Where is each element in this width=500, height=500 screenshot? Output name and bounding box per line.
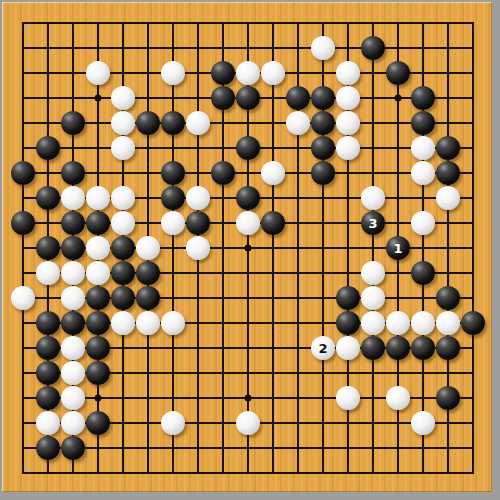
stone-black <box>161 186 185 210</box>
stone-black <box>186 211 210 235</box>
stone-white <box>111 111 135 135</box>
stone-black <box>36 336 60 360</box>
stone-white <box>411 411 435 435</box>
stone-white <box>336 86 360 110</box>
stone-black <box>411 111 435 135</box>
stone-black <box>311 136 335 160</box>
stone-black <box>361 36 385 60</box>
stone-white <box>336 111 360 135</box>
stone-black <box>111 286 135 310</box>
stone-black <box>36 236 60 260</box>
star-point <box>95 95 102 102</box>
stone-black <box>11 211 35 235</box>
stone-black <box>86 286 110 310</box>
stone-black <box>136 261 160 285</box>
stone-black <box>86 361 110 385</box>
stone-white <box>386 311 410 335</box>
stone-white <box>186 186 210 210</box>
stone-white <box>161 311 185 335</box>
star-point <box>395 95 402 102</box>
stone-black <box>61 211 85 235</box>
stone-white <box>236 61 260 85</box>
stone-black <box>86 411 110 435</box>
stone-white <box>61 261 85 285</box>
stone-black <box>211 161 235 185</box>
stone-white <box>61 286 85 310</box>
stone-white <box>61 411 85 435</box>
stone-white <box>36 261 60 285</box>
stone-black <box>386 336 410 360</box>
move-2-stone-white: 2 <box>311 336 335 360</box>
stone-white <box>436 186 460 210</box>
stone-white <box>236 211 260 235</box>
move-3-stone-black: 3 <box>361 211 385 235</box>
stone-black <box>336 286 360 310</box>
stone-black <box>336 311 360 335</box>
stone-white <box>186 111 210 135</box>
star-point <box>245 395 252 402</box>
stone-black <box>411 261 435 285</box>
stone-white <box>336 136 360 160</box>
stone-white <box>411 311 435 335</box>
stone-black <box>36 361 60 385</box>
stone-white <box>361 261 385 285</box>
stone-white <box>111 211 135 235</box>
stone-white <box>111 136 135 160</box>
stone-black <box>36 311 60 335</box>
stone-black <box>36 386 60 410</box>
stone-black <box>11 161 35 185</box>
stone-black <box>61 111 85 135</box>
stone-black <box>36 436 60 460</box>
stone-white <box>311 36 335 60</box>
stone-white <box>86 261 110 285</box>
stone-white <box>61 361 85 385</box>
stone-black <box>36 186 60 210</box>
stone-white <box>286 111 310 135</box>
stone-black <box>86 211 110 235</box>
stone-white <box>186 236 210 260</box>
star-point <box>245 245 252 252</box>
stone-white <box>411 136 435 160</box>
stone-white <box>261 161 285 185</box>
stone-black <box>311 161 335 185</box>
stone-white <box>336 386 360 410</box>
stone-white <box>411 211 435 235</box>
stone-white <box>111 311 135 335</box>
stone-black <box>236 186 260 210</box>
stone-black <box>111 236 135 260</box>
stone-black <box>436 336 460 360</box>
stone-black <box>236 86 260 110</box>
stone-white <box>86 236 110 260</box>
stone-white <box>36 411 60 435</box>
stone-white <box>136 311 160 335</box>
stone-black <box>136 111 160 135</box>
stone-white <box>361 186 385 210</box>
stone-white <box>161 211 185 235</box>
star-point <box>95 395 102 402</box>
stone-black <box>411 336 435 360</box>
stone-black <box>361 336 385 360</box>
stone-black <box>261 211 285 235</box>
stone-black <box>211 86 235 110</box>
stone-white <box>361 286 385 310</box>
stone-white <box>161 61 185 85</box>
stone-black <box>61 311 85 335</box>
stone-white <box>261 61 285 85</box>
stone-black <box>311 111 335 135</box>
stone-white <box>411 161 435 185</box>
stone-white <box>161 411 185 435</box>
stone-white <box>111 186 135 210</box>
go-board-frame: 312 <box>0 0 500 500</box>
stone-white <box>436 311 460 335</box>
stone-white <box>336 61 360 85</box>
stone-black <box>436 161 460 185</box>
stone-black <box>411 86 435 110</box>
stone-white <box>11 286 35 310</box>
stone-black <box>86 336 110 360</box>
move-1-stone-black: 1 <box>386 236 410 260</box>
stone-black <box>211 61 235 85</box>
stone-white <box>61 186 85 210</box>
stone-black <box>61 161 85 185</box>
stone-black <box>161 161 185 185</box>
stone-black <box>311 86 335 110</box>
stone-white <box>86 186 110 210</box>
stone-white <box>136 236 160 260</box>
go-board[interactable]: 312 <box>2 2 492 492</box>
stone-black <box>436 136 460 160</box>
stone-black <box>461 311 485 335</box>
stone-black <box>86 311 110 335</box>
stone-white <box>61 386 85 410</box>
stone-white <box>336 336 360 360</box>
stone-black <box>236 136 260 160</box>
stone-white <box>386 386 410 410</box>
stone-white <box>61 336 85 360</box>
stone-white <box>236 411 260 435</box>
stone-black <box>36 136 60 160</box>
stone-white <box>111 86 135 110</box>
stone-black <box>161 111 185 135</box>
stone-black <box>436 386 460 410</box>
stone-black <box>61 436 85 460</box>
stone-white <box>86 61 110 85</box>
stone-black <box>136 286 160 310</box>
stone-black <box>61 236 85 260</box>
stone-black <box>286 86 310 110</box>
stone-black <box>111 261 135 285</box>
stone-white <box>361 311 385 335</box>
stone-black <box>436 286 460 310</box>
stone-black <box>386 61 410 85</box>
